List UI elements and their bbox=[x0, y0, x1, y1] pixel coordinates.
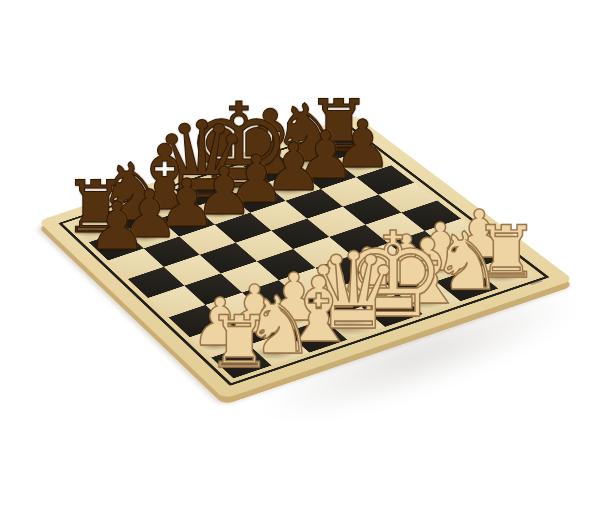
chess-board bbox=[38, 115, 574, 399]
squares-grid bbox=[70, 132, 536, 379]
product-photo-stage: ♜♞♟♝♟♚♟♛♟♝♟♞♟♜♟♟♟♟♜♟♞♟♝♟♚♟♛♟♝♟♞♜ bbox=[0, 0, 600, 512]
